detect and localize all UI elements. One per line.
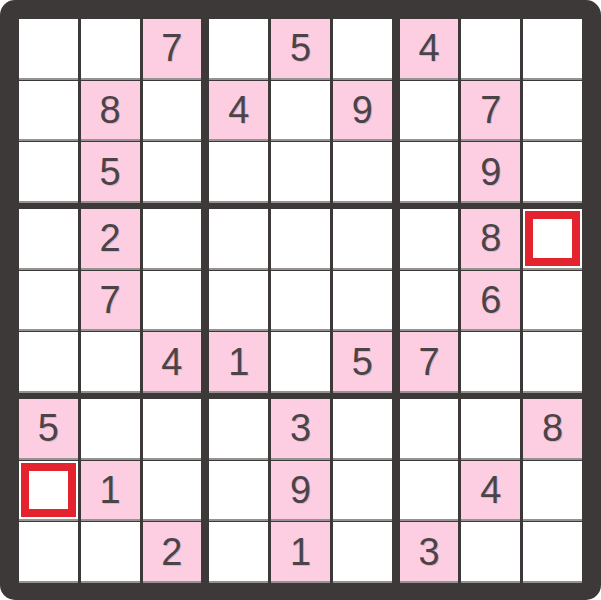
given-digit: 2 — [100, 219, 121, 257]
cell-r7c5: 3 — [271, 399, 330, 458]
cell-r1c8 — [461, 19, 520, 78]
given-digit: 2 — [161, 533, 182, 571]
given-digit: 3 — [418, 533, 439, 571]
box-9: 843 — [400, 399, 582, 581]
cell-r9c4 — [209, 522, 268, 581]
box-3: 479 — [400, 19, 582, 201]
cell-r3c6 — [333, 142, 392, 201]
given-digit: 4 — [228, 91, 249, 129]
cell-r1c5: 5 — [271, 19, 330, 78]
sudoku-board: 78554947927415867512391843 — [0, 0, 601, 600]
cell-r2c3 — [143, 81, 202, 140]
cell-r3c7 — [400, 142, 459, 201]
box-4: 274 — [19, 209, 201, 391]
cell-r6c5 — [271, 332, 330, 391]
cell-r4c8: 8 — [461, 209, 520, 268]
box-6: 867 — [400, 209, 582, 391]
cell-r6c7: 7 — [400, 332, 459, 391]
cell-r7c9: 8 — [523, 399, 582, 458]
given-digit: 7 — [480, 91, 501, 129]
cell-r1c6 — [333, 19, 392, 78]
box-8: 391 — [209, 399, 391, 581]
given-digit: 5 — [290, 29, 311, 67]
cell-r6c4: 1 — [209, 332, 268, 391]
given-digit: 9 — [290, 471, 311, 509]
cell-r9c3: 2 — [143, 522, 202, 581]
cell-r8c1[interactable] — [19, 461, 78, 520]
cell-r2c8: 7 — [461, 81, 520, 140]
cell-r6c1 — [19, 332, 78, 391]
cell-r6c2 — [81, 332, 140, 391]
cell-r9c7: 3 — [400, 522, 459, 581]
cell-r5c9 — [523, 271, 582, 330]
cell-r1c2 — [81, 19, 140, 78]
cell-r3c4 — [209, 142, 268, 201]
cell-r3c5 — [271, 142, 330, 201]
cell-r4c1 — [19, 209, 78, 268]
given-digit: 1 — [228, 343, 249, 381]
cell-r4c9[interactable] — [523, 209, 582, 268]
cell-r2c1 — [19, 81, 78, 140]
target-cell-marker — [525, 211, 580, 266]
cell-r2c2: 8 — [81, 81, 140, 140]
cell-r7c2 — [81, 399, 140, 458]
given-digit: 1 — [100, 471, 121, 509]
given-digit: 4 — [418, 29, 439, 67]
given-digit: 9 — [352, 91, 373, 129]
cell-r4c3 — [143, 209, 202, 268]
given-digit: 5 — [100, 153, 121, 191]
cell-r8c6 — [333, 461, 392, 520]
cell-r8c7 — [400, 461, 459, 520]
cell-r4c7 — [400, 209, 459, 268]
cell-r4c2: 2 — [81, 209, 140, 268]
given-digit: 4 — [161, 343, 182, 381]
cell-r5c5 — [271, 271, 330, 330]
cell-r5c2: 7 — [81, 271, 140, 330]
sudoku-grid: 78554947927415867512391843 — [19, 19, 582, 581]
cell-r5c7 — [400, 271, 459, 330]
cell-r4c5 — [271, 209, 330, 268]
given-digit: 6 — [480, 281, 501, 319]
cell-r7c6 — [333, 399, 392, 458]
cell-r3c3 — [143, 142, 202, 201]
cell-r9c8 — [461, 522, 520, 581]
cell-r1c9 — [523, 19, 582, 78]
cell-r9c6 — [333, 522, 392, 581]
given-digit: 5 — [38, 409, 59, 447]
cell-r8c8: 4 — [461, 461, 520, 520]
cell-r2c9 — [523, 81, 582, 140]
cell-r7c3 — [143, 399, 202, 458]
cell-r3c9 — [523, 142, 582, 201]
given-digit: 7 — [418, 343, 439, 381]
cell-r9c2 — [81, 522, 140, 581]
cell-r7c7 — [400, 399, 459, 458]
box-1: 785 — [19, 19, 201, 201]
sudoku-screen: 78554947927415867512391843 — [0, 0, 601, 600]
cell-r8c2: 1 — [81, 461, 140, 520]
given-digit: 4 — [480, 471, 501, 509]
box-5: 15 — [209, 209, 391, 391]
cell-r8c4 — [209, 461, 268, 520]
cell-r6c3: 4 — [143, 332, 202, 391]
cell-r3c8: 9 — [461, 142, 520, 201]
cell-r5c8: 6 — [461, 271, 520, 330]
cell-r9c9 — [523, 522, 582, 581]
cell-r1c7: 4 — [400, 19, 459, 78]
given-digit: 7 — [100, 281, 121, 319]
cell-r1c3: 7 — [143, 19, 202, 78]
cell-r7c8 — [461, 399, 520, 458]
cell-r6c6: 5 — [333, 332, 392, 391]
cell-r2c7 — [400, 81, 459, 140]
given-digit: 1 — [290, 533, 311, 571]
cell-r7c4 — [209, 399, 268, 458]
cell-r9c5: 1 — [271, 522, 330, 581]
cell-r9c1 — [19, 522, 78, 581]
cell-r6c9 — [523, 332, 582, 391]
cell-r1c4 — [209, 19, 268, 78]
cell-r2c6: 9 — [333, 81, 392, 140]
given-digit: 3 — [290, 409, 311, 447]
cell-r2c5 — [271, 81, 330, 140]
given-digit: 8 — [542, 409, 563, 447]
cell-r6c8 — [461, 332, 520, 391]
given-digit: 5 — [352, 343, 373, 381]
cell-r5c1 — [19, 271, 78, 330]
cell-r1c1 — [19, 19, 78, 78]
cell-r3c1 — [19, 142, 78, 201]
given-digit: 8 — [100, 91, 121, 129]
cell-r8c5: 9 — [271, 461, 330, 520]
given-digit: 8 — [480, 219, 501, 257]
cell-r4c4 — [209, 209, 268, 268]
cell-r4c6 — [333, 209, 392, 268]
given-digit: 9 — [480, 153, 501, 191]
cell-r8c9 — [523, 461, 582, 520]
cell-r8c3 — [143, 461, 202, 520]
cell-r5c3 — [143, 271, 202, 330]
cell-r5c4 — [209, 271, 268, 330]
given-digit: 7 — [161, 29, 182, 67]
cell-r3c2: 5 — [81, 142, 140, 201]
cell-r2c4: 4 — [209, 81, 268, 140]
box-7: 512 — [19, 399, 201, 581]
cell-r5c6 — [333, 271, 392, 330]
cell-r7c1: 5 — [19, 399, 78, 458]
target-cell-marker — [21, 463, 76, 518]
box-2: 549 — [209, 19, 391, 201]
